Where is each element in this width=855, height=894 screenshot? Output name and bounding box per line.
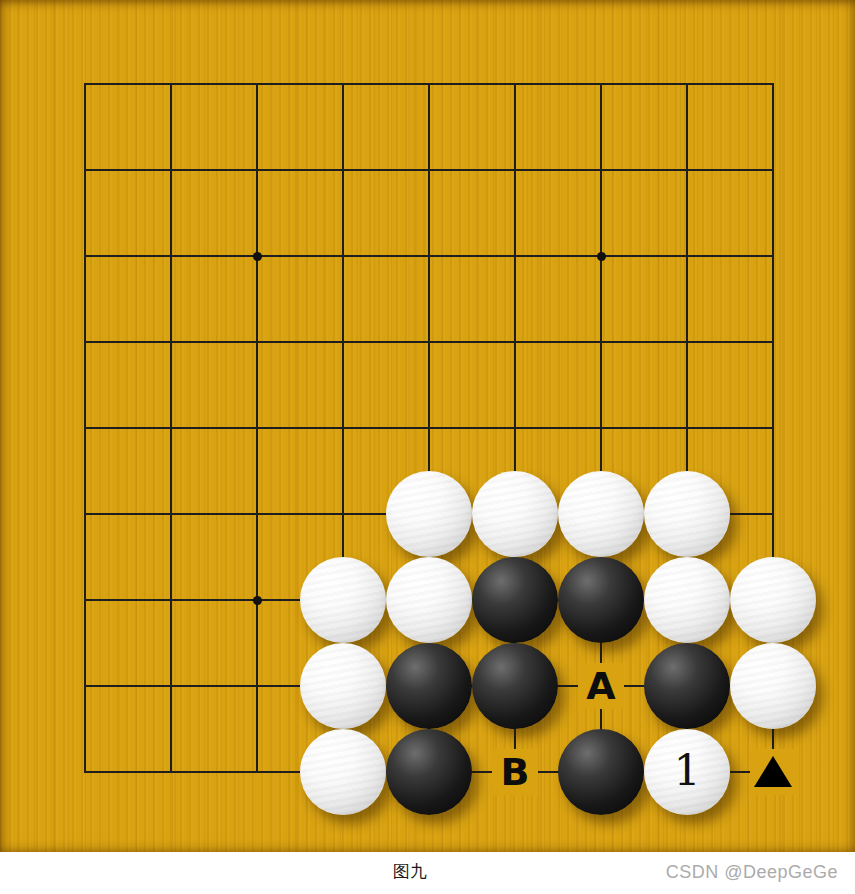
intersection	[214, 471, 300, 557]
intersection	[472, 385, 558, 471]
white-stone	[386, 471, 472, 557]
intersection	[300, 213, 386, 299]
intersection	[644, 41, 730, 127]
intersection	[42, 213, 128, 299]
intersection: 1	[644, 729, 730, 815]
intersection	[386, 385, 472, 471]
black-stone	[644, 643, 730, 729]
intersection	[42, 557, 128, 643]
intersection	[128, 471, 214, 557]
intersection	[300, 729, 386, 815]
intersection	[558, 127, 644, 213]
intersection	[644, 299, 730, 385]
intersection	[730, 41, 816, 127]
intersection	[214, 385, 300, 471]
white-stone: 1	[644, 729, 730, 815]
intersection	[42, 643, 128, 729]
intersection	[730, 557, 816, 643]
intersection	[472, 643, 558, 729]
intersection	[42, 471, 128, 557]
go-board: AB1	[0, 0, 855, 852]
intersection	[730, 729, 816, 815]
intersection	[558, 385, 644, 471]
intersection	[214, 213, 300, 299]
white-stone	[558, 471, 644, 557]
move-number-label: 1	[674, 750, 701, 792]
black-stone	[472, 557, 558, 643]
intersection	[128, 213, 214, 299]
intersection	[214, 643, 300, 729]
point-label-B: B	[472, 729, 558, 815]
intersection	[558, 557, 644, 643]
intersection	[300, 471, 386, 557]
intersection	[300, 299, 386, 385]
intersection	[730, 385, 816, 471]
watermark: CSDN @DeepGeGe	[666, 852, 838, 894]
intersection	[128, 127, 214, 213]
intersection	[644, 127, 730, 213]
white-stone	[730, 557, 816, 643]
intersection	[214, 41, 300, 127]
intersection	[472, 127, 558, 213]
intersection	[300, 127, 386, 213]
intersection	[472, 471, 558, 557]
white-stone	[300, 557, 386, 643]
intersection	[472, 41, 558, 127]
intersection	[214, 729, 300, 815]
intersection: B	[472, 729, 558, 815]
intersection	[300, 385, 386, 471]
white-stone	[472, 471, 558, 557]
intersection	[42, 299, 128, 385]
intersection	[644, 471, 730, 557]
intersection	[128, 41, 214, 127]
white-stone	[730, 643, 816, 729]
intersection	[730, 127, 816, 213]
intersection	[558, 299, 644, 385]
intersection	[128, 385, 214, 471]
intersection	[128, 643, 214, 729]
triangle-marker	[754, 756, 792, 787]
intersection	[386, 557, 472, 643]
intersection	[558, 729, 644, 815]
intersection	[300, 643, 386, 729]
black-stone	[472, 643, 558, 729]
intersection	[386, 729, 472, 815]
black-stone	[558, 729, 644, 815]
intersection	[472, 213, 558, 299]
intersection	[214, 299, 300, 385]
intersection	[386, 471, 472, 557]
intersection	[386, 643, 472, 729]
intersection	[214, 127, 300, 213]
intersection	[300, 41, 386, 127]
black-stone	[386, 643, 472, 729]
intersection	[730, 471, 816, 557]
intersection	[42, 41, 128, 127]
intersection	[128, 299, 214, 385]
intersection	[42, 127, 128, 213]
intersection	[730, 299, 816, 385]
intersection	[386, 127, 472, 213]
go-diagram: AB1 图九 CSDN @DeepGeGe	[0, 0, 855, 894]
white-stone	[644, 557, 730, 643]
intersection	[558, 471, 644, 557]
black-stone	[386, 729, 472, 815]
white-stone	[644, 471, 730, 557]
intersection	[730, 643, 816, 729]
intersection	[558, 213, 644, 299]
figure-footer: 图九 CSDN @DeepGeGe	[0, 852, 855, 894]
white-stone	[386, 557, 472, 643]
intersection	[644, 557, 730, 643]
intersection	[644, 643, 730, 729]
point-label-A: A	[558, 643, 644, 729]
intersection	[42, 385, 128, 471]
intersection	[644, 213, 730, 299]
intersection	[644, 385, 730, 471]
white-stone	[300, 643, 386, 729]
intersection	[386, 41, 472, 127]
intersection	[730, 213, 816, 299]
intersection	[214, 557, 300, 643]
black-stone	[558, 557, 644, 643]
board-grid: AB1	[42, 41, 816, 815]
intersection	[558, 41, 644, 127]
intersection	[300, 557, 386, 643]
intersection	[42, 729, 128, 815]
intersection: A	[558, 643, 644, 729]
intersection	[386, 213, 472, 299]
white-stone	[300, 729, 386, 815]
intersection	[472, 557, 558, 643]
intersection	[386, 299, 472, 385]
intersection	[128, 729, 214, 815]
intersection	[128, 557, 214, 643]
intersection	[472, 299, 558, 385]
